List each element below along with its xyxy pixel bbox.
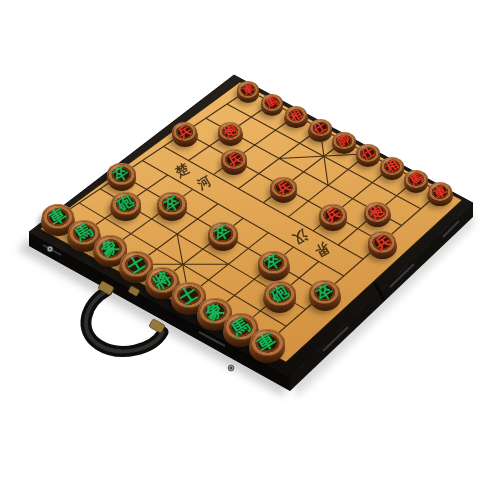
piece-top-face: 炮 bbox=[364, 202, 391, 223]
piece-character: 兵 bbox=[373, 233, 392, 252]
piece-character: 馬 bbox=[73, 221, 96, 244]
piece-red-chariot[interactable]: 車 bbox=[237, 81, 259, 99]
piece-character: 砲 bbox=[269, 283, 291, 305]
piece-red-horse[interactable]: 馬 bbox=[404, 170, 428, 189]
piece-top-face: 帥 bbox=[332, 132, 355, 151]
piece-green-cannon[interactable]: 砲 bbox=[264, 281, 296, 307]
piece-character: 帥 bbox=[336, 133, 352, 149]
pieces-layer: 車馬相仕帥仕相馬車炮炮兵兵兵兵兵卒卒卒卒卒砲砲車馬象士將士象馬車 bbox=[0, 0, 500, 500]
piece-character: 車 bbox=[255, 331, 279, 355]
piece-character: 仕 bbox=[312, 120, 328, 136]
piece-green-soldier[interactable]: 卒 bbox=[309, 280, 341, 305]
piece-character: 馬 bbox=[264, 95, 279, 110]
piece-top-face: 兵 bbox=[319, 204, 346, 226]
piece-top-face: 卒 bbox=[157, 192, 187, 216]
piece-character: 炮 bbox=[222, 123, 239, 140]
piece-red-soldier[interactable]: 兵 bbox=[319, 204, 346, 226]
piece-top-face: 車 bbox=[237, 81, 259, 99]
piece-character: 卒 bbox=[213, 223, 234, 244]
piece-red-elephant[interactable]: 相 bbox=[285, 106, 308, 124]
piece-red-cannon[interactable]: 炮 bbox=[218, 122, 243, 142]
piece-top-face: 馬 bbox=[404, 170, 428, 189]
piece-top-face: 車 bbox=[428, 182, 453, 202]
piece-red-horse[interactable]: 馬 bbox=[261, 94, 283, 112]
piece-top-face: 卒 bbox=[107, 163, 136, 186]
piece-character: 馬 bbox=[408, 171, 425, 188]
piece-character: 兵 bbox=[323, 205, 342, 224]
piece-character: 炮 bbox=[368, 203, 386, 221]
piece-character: 仕 bbox=[360, 146, 376, 162]
piece-character: 士 bbox=[125, 253, 148, 276]
piece-red-cannon[interactable]: 炮 bbox=[364, 202, 391, 223]
piece-red-soldier[interactable]: 兵 bbox=[221, 149, 247, 170]
piece-red-soldier[interactable]: 兵 bbox=[270, 177, 297, 198]
piece-red-chariot[interactable]: 車 bbox=[428, 182, 453, 202]
piece-top-face: 車 bbox=[250, 329, 285, 357]
piece-character: 砲 bbox=[115, 193, 136, 214]
piece-red-advisor[interactable]: 仕 bbox=[356, 144, 380, 163]
product-photo-stage: 楚河汉界 車馬相仕帥仕相馬車炮炮兵兵兵兵兵卒卒卒卒卒砲砲車馬象士將士象馬車 bbox=[0, 0, 500, 500]
piece-red-soldier[interactable]: 兵 bbox=[172, 122, 198, 142]
piece-character: 相 bbox=[384, 158, 401, 175]
piece-character: 相 bbox=[288, 108, 304, 124]
piece-character: 象 bbox=[99, 237, 122, 260]
piece-character: 卒 bbox=[263, 253, 284, 274]
piece-character: 卒 bbox=[162, 194, 182, 214]
piece-green-soldier[interactable]: 卒 bbox=[107, 163, 136, 186]
piece-character: 卒 bbox=[314, 282, 336, 304]
piece-top-face: 仕 bbox=[309, 119, 332, 137]
piece-red-elephant[interactable]: 相 bbox=[380, 157, 404, 176]
piece-top-face: 仕 bbox=[356, 144, 380, 163]
piece-character: 兵 bbox=[176, 124, 193, 141]
piece-green-soldier[interactable]: 卒 bbox=[157, 192, 187, 216]
piece-green-soldier[interactable]: 卒 bbox=[258, 251, 289, 276]
piece-character: 車 bbox=[47, 206, 69, 228]
piece-red-advisor[interactable]: 仕 bbox=[309, 119, 332, 137]
piece-green-cannon[interactable]: 砲 bbox=[111, 192, 141, 216]
piece-top-face: 砲 bbox=[111, 192, 141, 216]
piece-character: 兵 bbox=[225, 151, 243, 169]
piece-green-chariot[interactable]: 車 bbox=[250, 329, 285, 357]
piece-green-soldier[interactable]: 卒 bbox=[208, 222, 238, 246]
piece-character: 卒 bbox=[111, 165, 131, 185]
piece-top-face: 相 bbox=[380, 157, 404, 176]
piece-top-face: 兵 bbox=[368, 231, 396, 254]
piece-red-general[interactable]: 帥 bbox=[332, 132, 355, 151]
piece-top-face: 卒 bbox=[208, 222, 238, 246]
piece-top-face: 砲 bbox=[264, 281, 296, 307]
piece-character: 兵 bbox=[274, 178, 292, 196]
piece-top-face: 兵 bbox=[270, 177, 297, 198]
piece-character: 車 bbox=[432, 184, 449, 201]
piece-top-face: 馬 bbox=[261, 94, 283, 112]
piece-character: 車 bbox=[240, 82, 255, 97]
piece-red-soldier[interactable]: 兵 bbox=[368, 231, 396, 254]
